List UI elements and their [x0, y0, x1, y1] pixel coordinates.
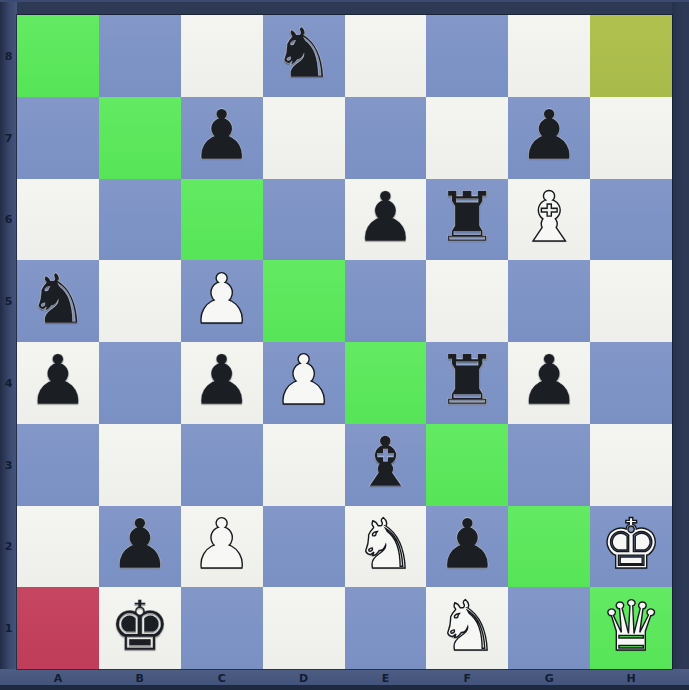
square-g6[interactable]: ♝ — [508, 179, 590, 261]
square-h8[interactable] — [590, 15, 672, 97]
square-h6[interactable] — [590, 179, 672, 261]
square-f3[interactable] — [426, 424, 508, 506]
white-pawn-c5[interactable]: ♟ — [191, 265, 253, 334]
square-e5[interactable] — [345, 260, 427, 342]
rank-label-8: 8 — [0, 50, 17, 63]
square-e3[interactable]: ♝ — [345, 424, 427, 506]
square-c4[interactable]: ♟ — [181, 342, 263, 424]
rank-label-5: 5 — [0, 295, 17, 308]
square-c2[interactable]: ♟ — [181, 506, 263, 588]
white-king-h2[interactable]: ♚ — [600, 510, 662, 579]
square-h2[interactable]: ♚ — [590, 506, 672, 588]
square-c3[interactable] — [181, 424, 263, 506]
square-c8[interactable] — [181, 15, 263, 97]
black-pawn-b2[interactable]: ♟ — [109, 510, 171, 579]
square-a4[interactable]: ♟ — [17, 342, 99, 424]
square-g2[interactable] — [508, 506, 590, 588]
square-c6[interactable] — [181, 179, 263, 261]
rank-label-3: 3 — [0, 459, 17, 472]
square-b6[interactable] — [99, 179, 181, 261]
rank-label-1: 1 — [0, 622, 17, 635]
square-d5[interactable] — [263, 260, 345, 342]
rank-label-2: 2 — [0, 540, 17, 553]
square-d1[interactable] — [263, 587, 345, 669]
square-g1[interactable] — [508, 587, 590, 669]
white-knight-f1[interactable]: ♞ — [436, 592, 498, 661]
square-a8[interactable] — [17, 15, 99, 97]
square-d7[interactable] — [263, 97, 345, 179]
rank-label-4: 4 — [0, 377, 17, 390]
square-g8[interactable] — [508, 15, 590, 97]
black-pawn-c7[interactable]: ♟ — [191, 101, 253, 170]
black-pawn-c4[interactable]: ♟ — [191, 346, 253, 415]
square-f1[interactable]: ♞ — [426, 587, 508, 669]
white-pawn-c2[interactable]: ♟ — [191, 510, 253, 579]
square-a3[interactable] — [17, 424, 99, 506]
file-label-h: H — [621, 672, 641, 685]
square-d2[interactable] — [263, 506, 345, 588]
square-a2[interactable] — [17, 506, 99, 588]
square-f7[interactable] — [426, 97, 508, 179]
square-b4[interactable] — [99, 342, 181, 424]
square-g7[interactable]: ♟ — [508, 97, 590, 179]
file-label-d: D — [294, 672, 314, 685]
square-e8[interactable] — [345, 15, 427, 97]
square-b3[interactable] — [99, 424, 181, 506]
black-rook-f6[interactable]: ♜ — [436, 183, 498, 252]
square-f6[interactable]: ♜ — [426, 179, 508, 261]
frame-right-strip — [672, 2, 689, 690]
square-a5[interactable]: ♞ — [17, 260, 99, 342]
square-f8[interactable] — [426, 15, 508, 97]
square-b7[interactable] — [99, 97, 181, 179]
white-knight-e2[interactable]: ♞ — [355, 510, 417, 579]
black-knight-d8[interactable]: ♞ — [273, 19, 335, 88]
black-knight-a5[interactable]: ♞ — [27, 265, 89, 334]
square-c1[interactable] — [181, 587, 263, 669]
black-pawn-g7[interactable]: ♟ — [518, 101, 580, 170]
square-d6[interactable] — [263, 179, 345, 261]
square-f2[interactable]: ♟ — [426, 506, 508, 588]
rank-label-7: 7 — [0, 132, 17, 145]
square-h4[interactable] — [590, 342, 672, 424]
square-c5[interactable]: ♟ — [181, 260, 263, 342]
black-pawn-e6[interactable]: ♟ — [355, 183, 417, 252]
square-g4[interactable]: ♟ — [508, 342, 590, 424]
black-bishop-e3[interactable]: ♝ — [355, 428, 417, 497]
file-label-b: B — [130, 672, 150, 685]
chess-board: ♞♟♟♟♜♝♞♟♟♟♟♜♟♝♟♟♞♟♚♚♞♛ — [17, 15, 672, 669]
square-e7[interactable] — [345, 97, 427, 179]
file-label-e: E — [375, 672, 395, 685]
square-b2[interactable]: ♟ — [99, 506, 181, 588]
square-h3[interactable] — [590, 424, 672, 506]
square-h7[interactable] — [590, 97, 672, 179]
square-d4[interactable]: ♟ — [263, 342, 345, 424]
square-a7[interactable] — [17, 97, 99, 179]
black-rook-f4[interactable]: ♜ — [436, 346, 498, 415]
black-king-b1[interactable]: ♚ — [109, 592, 171, 661]
square-b1[interactable]: ♚ — [99, 587, 181, 669]
black-pawn-f2[interactable]: ♟ — [436, 510, 498, 579]
square-g5[interactable] — [508, 260, 590, 342]
square-e6[interactable]: ♟ — [345, 179, 427, 261]
black-pawn-g4[interactable]: ♟ — [518, 346, 580, 415]
square-a1[interactable] — [17, 587, 99, 669]
square-e2[interactable]: ♞ — [345, 506, 427, 588]
file-label-g: G — [539, 672, 559, 685]
file-label-c: C — [212, 672, 232, 685]
white-bishop-g6[interactable]: ♝ — [518, 183, 580, 252]
square-g3[interactable] — [508, 424, 590, 506]
file-label-a: A — [48, 672, 68, 685]
frame-top-edge — [0, 2, 689, 15]
square-c7[interactable]: ♟ — [181, 97, 263, 179]
square-e1[interactable] — [345, 587, 427, 669]
chess-board-window: ♞♟♟♟♜♝♞♟♟♟♟♜♟♝♟♟♞♟♚♚♞♛ 87654321 ABCDEFGH — [0, 0, 689, 690]
black-pawn-a4[interactable]: ♟ — [27, 346, 89, 415]
frame-bottom-edge — [0, 685, 689, 690]
file-label-f: F — [457, 672, 477, 685]
rank-label-6: 6 — [0, 213, 17, 226]
white-queen-h1[interactable]: ♛ — [600, 592, 662, 661]
square-f5[interactable] — [426, 260, 508, 342]
file-labels: ABCDEFGH — [17, 669, 672, 685]
rank-labels: 87654321 — [0, 15, 17, 669]
square-d3[interactable] — [263, 424, 345, 506]
white-pawn-d4[interactable]: ♟ — [273, 346, 335, 415]
square-f4[interactable]: ♜ — [426, 342, 508, 424]
square-h1[interactable]: ♛ — [590, 587, 672, 669]
square-h5[interactable] — [590, 260, 672, 342]
square-d8[interactable]: ♞ — [263, 15, 345, 97]
square-a6[interactable] — [17, 179, 99, 261]
square-b8[interactable] — [99, 15, 181, 97]
square-e4[interactable] — [345, 342, 427, 424]
square-b5[interactable] — [99, 260, 181, 342]
